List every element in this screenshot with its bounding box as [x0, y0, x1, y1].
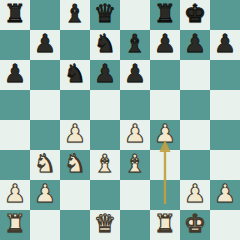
square-c6[interactable]: ♞ [60, 60, 90, 90]
black-pawn-piece[interactable]: ♟ [34, 29, 56, 59]
square-h6[interactable] [210, 60, 240, 90]
square-b8[interactable] [30, 0, 60, 30]
white-bishop-piece[interactable]: ♝ [124, 149, 146, 179]
square-f8[interactable]: ♜ [150, 0, 180, 30]
square-g5[interactable] [180, 90, 210, 120]
black-knight-piece[interactable]: ♞ [64, 59, 86, 89]
square-h2[interactable]: ♟ [210, 180, 240, 210]
black-pawn-piece[interactable]: ♟ [94, 59, 116, 89]
square-f3[interactable] [150, 150, 180, 180]
white-pawn-piece[interactable]: ♟ [34, 179, 56, 209]
black-bishop-piece[interactable]: ♝ [124, 29, 146, 59]
black-rook-piece[interactable]: ♜ [4, 0, 26, 29]
white-pawn-piece[interactable]: ♟ [124, 119, 146, 149]
square-b6[interactable] [30, 60, 60, 90]
black-queen-piece[interactable]: ♛ [94, 0, 116, 29]
square-b7[interactable]: ♟ [30, 30, 60, 60]
square-a7[interactable] [0, 30, 30, 60]
square-e2[interactable] [120, 180, 150, 210]
square-d7[interactable]: ♞ [90, 30, 120, 60]
square-d2[interactable] [90, 180, 120, 210]
square-e4[interactable]: ♟ [120, 120, 150, 150]
square-g1[interactable]: ♚ [180, 210, 210, 240]
square-f4[interactable]: ♟ [150, 120, 180, 150]
white-rook-piece[interactable]: ♜ [4, 209, 26, 239]
square-a2[interactable]: ♟ [0, 180, 30, 210]
square-a8[interactable]: ♜ [0, 0, 30, 30]
black-pawn-piece[interactable]: ♟ [4, 59, 26, 89]
square-g7[interactable]: ♟ [180, 30, 210, 60]
square-h3[interactable] [210, 150, 240, 180]
black-bishop-piece[interactable]: ♝ [64, 0, 86, 29]
square-a4[interactable] [0, 120, 30, 150]
white-queen-piece[interactable]: ♛ [94, 209, 116, 239]
square-e1[interactable] [120, 210, 150, 240]
square-c3[interactable]: ♞ [60, 150, 90, 180]
white-king-piece[interactable]: ♚ [184, 209, 206, 239]
white-bishop-piece[interactable]: ♝ [94, 149, 116, 179]
square-e8[interactable] [120, 0, 150, 30]
white-pawn-piece[interactable]: ♟ [184, 179, 206, 209]
square-f5[interactable] [150, 90, 180, 120]
white-pawn-piece[interactable]: ♟ [64, 119, 86, 149]
square-e3[interactable]: ♝ [120, 150, 150, 180]
white-pawn-piece[interactable]: ♟ [4, 179, 26, 209]
chess-board: ♜♝♛♜♚♟♞♝♟♟♟♟♞♟♟♟♟♟♞♞♝♝♟♟♟♟♜♛♜♚ [0, 0, 240, 240]
square-d3[interactable]: ♝ [90, 150, 120, 180]
square-a6[interactable]: ♟ [0, 60, 30, 90]
white-knight-piece[interactable]: ♞ [34, 149, 56, 179]
square-g3[interactable] [180, 150, 210, 180]
square-f2[interactable] [150, 180, 180, 210]
square-b1[interactable] [30, 210, 60, 240]
square-d1[interactable]: ♛ [90, 210, 120, 240]
square-g2[interactable]: ♟ [180, 180, 210, 210]
white-pawn-piece[interactable]: ♟ [214, 179, 236, 209]
square-h5[interactable] [210, 90, 240, 120]
square-e5[interactable] [120, 90, 150, 120]
square-d8[interactable]: ♛ [90, 0, 120, 30]
square-f7[interactable]: ♟ [150, 30, 180, 60]
square-b2[interactable]: ♟ [30, 180, 60, 210]
square-g6[interactable] [180, 60, 210, 90]
square-a3[interactable] [0, 150, 30, 180]
square-h4[interactable] [210, 120, 240, 150]
square-c5[interactable] [60, 90, 90, 120]
square-e7[interactable]: ♝ [120, 30, 150, 60]
white-pawn-piece[interactable]: ♟ [154, 119, 176, 149]
square-h7[interactable]: ♟ [210, 30, 240, 60]
square-c8[interactable]: ♝ [60, 0, 90, 30]
square-d6[interactable]: ♟ [90, 60, 120, 90]
square-d4[interactable] [90, 120, 120, 150]
square-a5[interactable] [0, 90, 30, 120]
square-a1[interactable]: ♜ [0, 210, 30, 240]
square-b3[interactable]: ♞ [30, 150, 60, 180]
square-c7[interactable] [60, 30, 90, 60]
white-rook-piece[interactable]: ♜ [154, 209, 176, 239]
black-pawn-piece[interactable]: ♟ [184, 29, 206, 59]
square-c4[interactable]: ♟ [60, 120, 90, 150]
black-king-piece[interactable]: ♚ [184, 0, 206, 29]
square-d5[interactable] [90, 90, 120, 120]
square-c1[interactable] [60, 210, 90, 240]
square-f6[interactable] [150, 60, 180, 90]
square-g4[interactable] [180, 120, 210, 150]
square-c2[interactable] [60, 180, 90, 210]
square-g8[interactable]: ♚ [180, 0, 210, 30]
square-h8[interactable] [210, 0, 240, 30]
square-b4[interactable] [30, 120, 60, 150]
black-pawn-piece[interactable]: ♟ [214, 29, 236, 59]
black-knight-piece[interactable]: ♞ [94, 29, 116, 59]
square-f1[interactable]: ♜ [150, 210, 180, 240]
black-rook-piece[interactable]: ♜ [154, 0, 176, 29]
black-pawn-piece[interactable]: ♟ [154, 29, 176, 59]
square-e6[interactable]: ♟ [120, 60, 150, 90]
white-knight-piece[interactable]: ♞ [64, 149, 86, 179]
square-h1[interactable] [210, 210, 240, 240]
chess-board-area: ♜♝♛♜♚♟♞♝♟♟♟♟♞♟♟♟♟♟♞♞♝♝♟♟♟♟♜♛♜♚ [0, 0, 240, 240]
black-pawn-piece[interactable]: ♟ [124, 59, 146, 89]
square-b5[interactable] [30, 90, 60, 120]
